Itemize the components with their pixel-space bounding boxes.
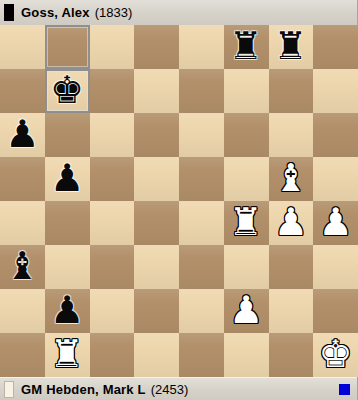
square-e8[interactable] bbox=[179, 25, 224, 69]
square-h1[interactable]: ♚ bbox=[313, 333, 358, 377]
square-b6[interactable] bbox=[45, 113, 90, 157]
square-f4[interactable]: ♜ bbox=[224, 201, 269, 245]
square-g6[interactable] bbox=[269, 113, 314, 157]
top-player-name: Goss, Alex bbox=[21, 5, 90, 20]
square-a1[interactable] bbox=[0, 333, 45, 377]
square-f7[interactable] bbox=[224, 69, 269, 113]
piece-black-bishop[interactable]: ♝ bbox=[5, 247, 39, 285]
square-d2[interactable] bbox=[134, 289, 179, 333]
square-e6[interactable] bbox=[179, 113, 224, 157]
square-d7[interactable] bbox=[134, 69, 179, 113]
piece-white-pawn[interactable]: ♟ bbox=[319, 203, 353, 241]
piece-black-rook[interactable]: ♜ bbox=[274, 27, 308, 65]
square-a4[interactable] bbox=[0, 201, 45, 245]
square-b7[interactable]: ♚ bbox=[45, 69, 90, 113]
square-f1[interactable] bbox=[224, 333, 269, 377]
square-g1[interactable] bbox=[269, 333, 314, 377]
piece-black-pawn[interactable]: ♟ bbox=[5, 115, 39, 153]
square-c5[interactable] bbox=[90, 157, 135, 201]
square-g4[interactable]: ♟ bbox=[269, 201, 314, 245]
piece-white-bishop[interactable]: ♝ bbox=[274, 159, 308, 197]
white-side-icon bbox=[4, 381, 14, 398]
square-h4[interactable]: ♟ bbox=[313, 201, 358, 245]
square-b5[interactable]: ♟ bbox=[45, 157, 90, 201]
square-b8[interactable] bbox=[45, 25, 90, 69]
board-window: Goss, Alex (1833) ♜♜♚♟♟♝♜♟♟♝♟♟♜♚ GM Hebd… bbox=[0, 0, 358, 400]
square-h3[interactable] bbox=[313, 245, 358, 289]
square-g2[interactable] bbox=[269, 289, 314, 333]
square-c6[interactable] bbox=[90, 113, 135, 157]
top-player-rating: (1833) bbox=[95, 5, 133, 20]
square-c7[interactable] bbox=[90, 69, 135, 113]
black-side-icon bbox=[4, 4, 14, 21]
bottom-player-name: GM Hebden, Mark L bbox=[21, 382, 146, 397]
side-to-move-indicator bbox=[339, 384, 350, 395]
piece-white-pawn[interactable]: ♟ bbox=[274, 203, 308, 241]
square-h2[interactable] bbox=[313, 289, 358, 333]
piece-black-pawn[interactable]: ♟ bbox=[50, 159, 84, 197]
bottom-player-rating: (2453) bbox=[151, 382, 189, 397]
square-b1[interactable]: ♜ bbox=[45, 333, 90, 377]
square-g5[interactable]: ♝ bbox=[269, 157, 314, 201]
square-b4[interactable] bbox=[45, 201, 90, 245]
square-c8[interactable] bbox=[90, 25, 135, 69]
square-e2[interactable] bbox=[179, 289, 224, 333]
square-a2[interactable] bbox=[0, 289, 45, 333]
bottom-player-bar: GM Hebden, Mark L (2453) bbox=[0, 377, 357, 400]
piece-white-king[interactable]: ♚ bbox=[319, 335, 353, 373]
square-f2[interactable]: ♟ bbox=[224, 289, 269, 333]
square-d8[interactable] bbox=[134, 25, 179, 69]
square-a6[interactable]: ♟ bbox=[0, 113, 45, 157]
square-a5[interactable] bbox=[0, 157, 45, 201]
square-c2[interactable] bbox=[90, 289, 135, 333]
piece-black-rook[interactable]: ♜ bbox=[229, 27, 263, 65]
square-c3[interactable] bbox=[90, 245, 135, 289]
square-h8[interactable] bbox=[313, 25, 358, 69]
square-a7[interactable] bbox=[0, 69, 45, 113]
square-d5[interactable] bbox=[134, 157, 179, 201]
square-g8[interactable]: ♜ bbox=[269, 25, 314, 69]
square-a3[interactable]: ♝ bbox=[0, 245, 45, 289]
square-h5[interactable] bbox=[313, 157, 358, 201]
top-player-bar: Goss, Alex (1833) bbox=[0, 0, 357, 25]
square-f5[interactable] bbox=[224, 157, 269, 201]
square-c4[interactable] bbox=[90, 201, 135, 245]
square-f8[interactable]: ♜ bbox=[224, 25, 269, 69]
piece-white-rook[interactable]: ♜ bbox=[229, 203, 263, 241]
square-c1[interactable] bbox=[90, 333, 135, 377]
square-g3[interactable] bbox=[269, 245, 314, 289]
piece-black-pawn[interactable]: ♟ bbox=[50, 291, 84, 329]
square-e5[interactable] bbox=[179, 157, 224, 201]
piece-white-rook[interactable]: ♜ bbox=[50, 335, 84, 373]
square-e7[interactable] bbox=[179, 69, 224, 113]
square-h7[interactable] bbox=[313, 69, 358, 113]
piece-white-pawn[interactable]: ♟ bbox=[229, 291, 263, 329]
square-e3[interactable] bbox=[179, 245, 224, 289]
square-h6[interactable] bbox=[313, 113, 358, 157]
square-d3[interactable] bbox=[134, 245, 179, 289]
square-a8[interactable] bbox=[0, 25, 45, 69]
square-d4[interactable] bbox=[134, 201, 179, 245]
chess-board[interactable]: ♜♜♚♟♟♝♜♟♟♝♟♟♜♚ bbox=[0, 25, 358, 377]
square-b2[interactable]: ♟ bbox=[45, 289, 90, 333]
piece-black-king[interactable]: ♚ bbox=[50, 71, 84, 109]
square-d1[interactable] bbox=[134, 333, 179, 377]
square-f6[interactable] bbox=[224, 113, 269, 157]
square-b3[interactable] bbox=[45, 245, 90, 289]
square-e1[interactable] bbox=[179, 333, 224, 377]
square-f3[interactable] bbox=[224, 245, 269, 289]
square-g7[interactable] bbox=[269, 69, 314, 113]
square-d6[interactable] bbox=[134, 113, 179, 157]
square-e4[interactable] bbox=[179, 201, 224, 245]
